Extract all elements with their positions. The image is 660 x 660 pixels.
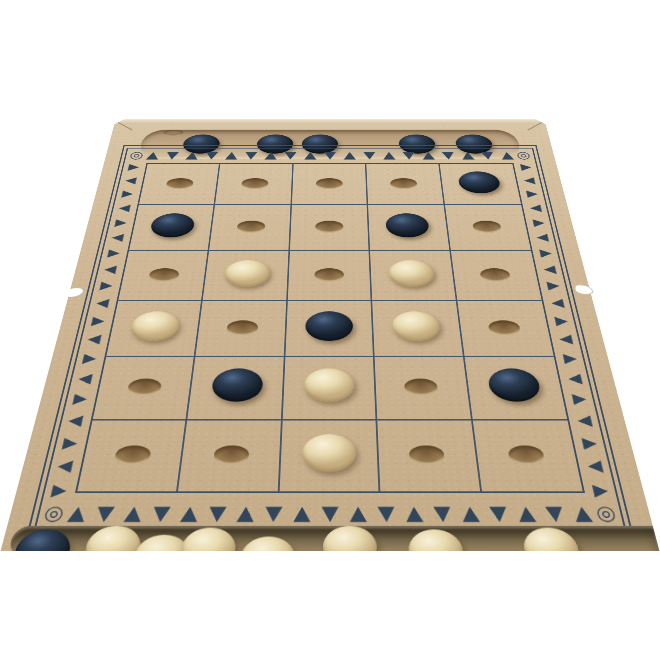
bullseye-motif-icon: ◎ xyxy=(512,149,535,162)
cell-r1c5[interactable] xyxy=(439,164,521,205)
triangle-ornament-icon: ▶ xyxy=(520,161,533,172)
triangle-ornament-icon: ◀ xyxy=(586,456,605,475)
cell-r6c2[interactable] xyxy=(178,420,282,491)
triangle-ornament-icon: ▶ xyxy=(107,246,122,259)
dark-peg[interactable] xyxy=(486,369,542,402)
triangle-ornament-icon: ▼ xyxy=(441,149,455,162)
cell-r5c2[interactable] xyxy=(188,357,286,420)
triangle-ornament-icon: ▼ xyxy=(284,149,297,162)
triangle-ornament-icon: ▲ xyxy=(123,500,144,526)
triangle-ornament-icon: ◀ xyxy=(575,411,593,429)
triangle-ornament-icon: ◀ xyxy=(111,231,125,243)
cell-r1c4[interactable] xyxy=(366,164,444,205)
triangle-ornament-icon: ◀ xyxy=(535,231,549,243)
peg-hole xyxy=(315,221,343,233)
peg-hole xyxy=(507,445,545,464)
dark-peg[interactable] xyxy=(457,172,501,194)
peg-hole xyxy=(487,320,521,335)
cell-r4c5[interactable] xyxy=(457,301,554,357)
cell-r2c5[interactable] xyxy=(445,205,531,251)
triangle-ornament-icon: ▶ xyxy=(562,350,579,366)
peg-hole xyxy=(166,178,195,189)
triangle-ornament-icon: ◀ xyxy=(67,411,85,429)
peg-hole xyxy=(316,178,343,189)
triangle-ornament-icon: ◀ xyxy=(103,262,118,275)
triangle-ornament-icon: ◀ xyxy=(86,331,102,346)
triangle-ornament-icon: ▼ xyxy=(208,500,228,526)
triangle-ornament-icon: ▲ xyxy=(264,149,277,162)
triangle-ornament-icon: ◀ xyxy=(124,174,137,185)
light-peg[interactable] xyxy=(223,260,270,287)
peg-hole xyxy=(314,268,344,281)
cell-r1c1[interactable] xyxy=(139,164,221,205)
triangle-ornament-icon: ▲ xyxy=(516,500,537,526)
cell-r3c3[interactable] xyxy=(288,251,373,301)
peg-hole xyxy=(390,178,418,189)
cell-r2c1[interactable] xyxy=(129,205,215,251)
cell-r4c3[interactable] xyxy=(285,301,375,357)
cell-r2c3[interactable] xyxy=(290,205,370,251)
frieze-bottom: ▲▼▲▼▲▼▲▼▲▼▲▼▲▼▲▼▲▼▲ xyxy=(66,500,594,526)
triangle-ornament-icon: ▲ xyxy=(405,500,424,526)
triangle-ornament-icon: ▶ xyxy=(114,216,128,228)
triangle-ornament-icon: ◀ xyxy=(550,295,566,309)
triangle-ornament-icon: ▶ xyxy=(553,313,569,328)
peg-hole xyxy=(114,445,152,464)
cell-r3c1[interactable] xyxy=(118,251,209,301)
triangle-ornament-icon: ▶ xyxy=(127,161,140,172)
bullseye-motif-icon: ◎ xyxy=(37,500,72,526)
triangle-ornament-icon: ▲ xyxy=(225,149,239,162)
cell-r6c4[interactable] xyxy=(377,420,481,491)
edge-notch-left xyxy=(66,286,85,298)
triangle-ornament-icon: ▼ xyxy=(488,500,509,526)
triangle-ornament-icon: ▲ xyxy=(344,149,356,162)
edge-notch-right xyxy=(575,284,593,295)
cell-r5c5[interactable] xyxy=(464,357,567,420)
triangle-ornament-icon: ◀ xyxy=(118,202,132,214)
triangle-ornament-icon: ▼ xyxy=(321,500,338,526)
triangle-ornament-icon: ◀ xyxy=(542,262,557,275)
bullseye-motif-icon: ◎ xyxy=(125,149,148,162)
peg-hole xyxy=(127,379,163,396)
triangle-ornament-icon: ▲ xyxy=(304,149,316,162)
bullseye-motif-icon: ◎ xyxy=(588,500,623,526)
triangle-ornament-icon: ▲ xyxy=(179,500,199,526)
cell-r6c5[interactable] xyxy=(472,420,582,491)
cell-r2c4[interactable] xyxy=(368,205,450,251)
triangle-ornament-icon: ▼ xyxy=(402,149,415,162)
board-grid xyxy=(75,163,585,493)
triangle-ornament-icon: ▼ xyxy=(205,149,219,162)
dark-peg[interactable] xyxy=(305,311,353,341)
triangle-ornament-icon: ▼ xyxy=(165,149,179,162)
triangle-ornament-icon: ▶ xyxy=(539,246,554,259)
cell-r3c4[interactable] xyxy=(370,251,457,301)
peg-hole xyxy=(409,445,446,464)
dark-peg[interactable] xyxy=(385,214,430,238)
triangle-ornament-icon: ▲ xyxy=(349,500,367,526)
triangle-ornament-icon: ◀ xyxy=(566,369,583,385)
cell-r6c1[interactable] xyxy=(77,420,187,491)
triangle-ornament-icon: ◀ xyxy=(95,295,111,309)
triangle-ornament-icon: ▶ xyxy=(525,188,538,199)
cell-r4c1[interactable] xyxy=(106,301,203,357)
triangle-ornament-icon: ▶ xyxy=(50,480,69,500)
triangle-ornament-icon: ▶ xyxy=(99,278,114,292)
triangle-ornament-icon: ◀ xyxy=(522,174,535,185)
triangle-ornament-icon: ▼ xyxy=(324,149,336,162)
light-peg[interactable] xyxy=(129,311,182,341)
triangle-ornament-icon: ▶ xyxy=(546,278,561,292)
triangle-ornament-icon: ▼ xyxy=(265,500,283,526)
peg-hole xyxy=(213,445,250,464)
peg-hole xyxy=(236,221,265,233)
cell-r3c2[interactable] xyxy=(203,251,290,301)
peg-hole xyxy=(404,379,438,396)
triangle-ornament-icon: ◀ xyxy=(529,202,543,214)
triangle-ornament-icon: ▶ xyxy=(61,433,79,451)
board-top-edge xyxy=(114,119,545,124)
cell-r6c3[interactable] xyxy=(279,420,380,491)
triangle-ornament-icon: ▼ xyxy=(433,500,453,526)
cell-r4c4[interactable] xyxy=(372,301,464,357)
triangle-ornament-icon: ▼ xyxy=(377,500,395,526)
cell-r5c3[interactable] xyxy=(283,357,378,420)
triangle-ornament-icon: ▶ xyxy=(571,390,588,407)
triangle-ornament-icon: ◀ xyxy=(558,331,574,346)
light-peg[interactable] xyxy=(388,260,435,287)
triangle-ornament-icon: ▶ xyxy=(82,350,99,366)
triangle-ornament-icon: ▲ xyxy=(460,500,480,526)
triangle-ornament-icon: ▼ xyxy=(151,500,172,526)
triangle-ornament-icon: ▲ xyxy=(236,500,255,526)
light-peg[interactable] xyxy=(302,434,356,472)
triangle-ornament-icon: ▼ xyxy=(94,500,116,526)
photo-crop-bottom xyxy=(0,551,660,660)
peg-hole xyxy=(226,320,258,335)
triangle-ornament-icon: ▶ xyxy=(591,480,610,500)
triangle-ornament-icon: ▲ xyxy=(461,149,475,162)
triangle-ornament-icon: ◀ xyxy=(77,369,94,385)
triangle-ornament-icon: ▼ xyxy=(480,149,494,162)
triangle-ornament-icon: ▲ xyxy=(185,149,199,162)
light-peg[interactable] xyxy=(304,369,355,402)
cell-r1c3[interactable] xyxy=(292,164,368,205)
triangle-ornament-icon: ▼ xyxy=(245,149,258,162)
triangle-ornament-icon: ◀ xyxy=(56,456,75,475)
triangle-ornament-icon: ▼ xyxy=(363,149,376,162)
triangle-ornament-icon: ▼ xyxy=(544,500,566,526)
light-peg[interactable] xyxy=(391,311,441,341)
triangle-ornament-icon: ▶ xyxy=(121,188,134,199)
cell-r5c1[interactable] xyxy=(93,357,196,420)
peg-hole xyxy=(479,268,511,281)
triangle-ornament-icon: ▶ xyxy=(532,216,546,228)
triangle-ornament-icon: ▶ xyxy=(91,313,107,328)
triangle-ornament-icon: ▶ xyxy=(580,433,598,451)
peg-hole xyxy=(148,268,180,281)
cell-r1c2[interactable] xyxy=(215,164,293,205)
dark-peg[interactable] xyxy=(210,369,263,402)
cell-r4c2[interactable] xyxy=(196,301,288,357)
game-board: ▲▼▲▼▲▼▲▼▲▼▲▼▲▼▲▼▲▼▲ ▲▼▲▼▲▼▲▼▲▼▲▼▲▼▲▼▲▼▲ … xyxy=(0,119,660,553)
cell-r3c5[interactable] xyxy=(451,251,542,301)
peg-hole xyxy=(241,178,269,189)
triangle-ornament-icon: ▲ xyxy=(293,500,311,526)
triangle-ornament-icon: ▲ xyxy=(422,149,436,162)
cell-r5c4[interactable] xyxy=(375,357,473,420)
peg-hole xyxy=(472,221,502,233)
triangle-ornament-icon: ▶ xyxy=(72,390,89,407)
triangle-ornament-icon: ▲ xyxy=(383,149,396,162)
dark-peg[interactable] xyxy=(149,214,196,238)
cell-r2c2[interactable] xyxy=(209,205,291,251)
frieze-top: ▲▼▲▼▲▼▲▼▲▼▲▼▲▼▲▼▲▼▲ xyxy=(145,149,514,162)
photo-background: ▲▼▲▼▲▼▲▼▲▼▲▼▲▼▲▼▲▼▲ ▲▼▲▼▲▼▲▼▲▼▲▼▲▼▲▼▲▼▲ … xyxy=(0,0,660,660)
